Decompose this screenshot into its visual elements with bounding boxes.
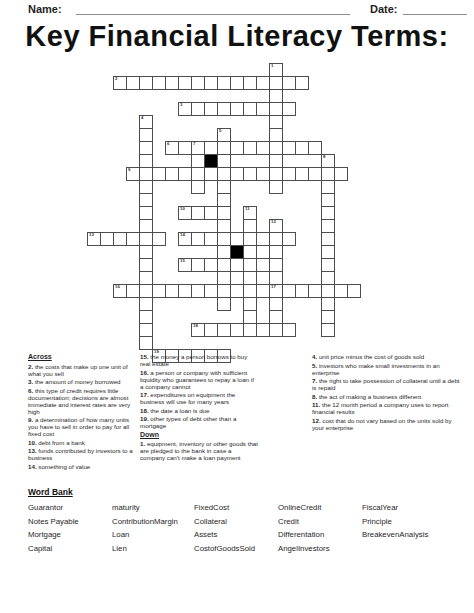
grid-cell[interactable] [204,284,218,298]
grid-cell[interactable] [321,193,335,207]
grid-cell[interactable] [178,284,192,298]
grid-cell[interactable] [256,232,270,246]
cell-number: 7 [193,142,195,146]
grid-cell[interactable] [230,167,244,181]
grid-cell[interactable] [269,115,283,129]
across-clue-6: 6. this type of credit requires little d… [28,387,138,415]
grid-cell[interactable]: 11 [243,206,257,220]
grid-cell[interactable] [321,180,335,194]
grid-cell[interactable] [139,206,153,220]
word-bank-item: Capital [28,544,112,558]
grid-cell[interactable] [295,76,309,90]
grid-cell[interactable] [269,154,283,168]
across-clue-10: 10. debt from a bank [28,439,138,446]
grid-cell[interactable] [269,141,283,155]
word-bank-item: ContributionMargin [112,517,194,531]
grid-cell[interactable] [308,284,322,298]
word-bank-item: Principle [362,517,468,531]
word-bank-item: Credit [278,517,362,531]
word-bank-item: BreakevenAnalysis [362,530,468,544]
grid-cell[interactable] [334,284,348,298]
grid-cell[interactable] [191,284,205,298]
grid-cell[interactable] [334,167,348,181]
clues-column-2: 15. the money a person borrows to buy re… [140,353,258,463]
crossword-grid: 12345678910111213141516171819 [87,63,361,363]
down-clue-4: 4. unit price minus the cost of goods so… [312,353,464,360]
grid-cell[interactable] [269,323,283,337]
grid-cell[interactable] [243,271,257,285]
word-bank-item: Notes Payable [28,517,112,531]
grid-cell[interactable] [217,258,231,272]
grid-cell[interactable] [165,284,179,298]
grid-cell[interactable] [243,232,257,246]
grid-cell[interactable] [269,167,283,181]
word-bank-item: Assets [194,530,278,544]
grid-cell[interactable] [321,258,335,272]
cell-number: 6 [167,142,169,146]
grid-cell[interactable] [243,76,257,90]
grid-cell[interactable] [282,167,296,181]
word-bank-header: Word Bank [28,487,73,497]
across-clue-14: 14. something of value [28,463,138,470]
grid-cell[interactable] [282,232,296,246]
grid-cell[interactable] [217,284,231,298]
word-bank-item: FiscalYear [362,503,468,517]
grid-cell[interactable] [282,323,296,337]
grid-cell[interactable] [321,206,335,220]
cell-number: 16 [115,285,120,289]
grid-cell[interactable] [204,167,218,181]
grid-cell[interactable]: 9 [126,167,140,181]
grid-cell[interactable] [139,258,153,272]
grid-cell[interactable] [191,258,205,272]
cell-number: 8 [323,155,325,159]
grid-cell[interactable] [243,219,257,233]
grid-cell[interactable]: 13 [87,232,101,246]
grid-cell[interactable]: 15 [178,258,192,272]
grid-cell[interactable] [295,284,309,298]
grid-cell[interactable] [204,232,218,246]
across-clue-16: 16. a person or company with sufficient … [140,369,258,390]
grid-cell[interactable] [191,180,205,194]
word-bank-item: FixedCost [194,503,278,517]
grid-cell[interactable] [152,284,166,298]
word-bank-item: Mortgage [28,530,112,544]
grid-cell[interactable] [139,336,153,350]
across-clue-3: 3. the amount of money borrowed [28,378,138,385]
grid-cell[interactable] [347,284,361,298]
grid-cell[interactable]: 4 [139,115,153,129]
grid-cell[interactable]: 12 [269,219,283,233]
grid-cell[interactable]: 1 [269,63,283,77]
grid-cell[interactable] [217,232,231,246]
cell-number: 4 [141,116,143,120]
word-bank-item: AngelInvestors [278,544,362,558]
grid-cell[interactable] [269,297,283,311]
grid-cell[interactable] [165,76,179,90]
page-title: Key Financial Literacy Terms: [0,20,474,53]
grid-cell[interactable] [269,180,283,194]
grid-cell[interactable] [178,76,192,90]
grid-cell[interactable] [217,141,231,155]
word-bank-item: Lien [112,544,194,558]
grid-cell[interactable] [217,167,231,181]
grid-cell[interactable] [139,297,153,311]
down-header: Down [140,431,258,439]
grid-cell[interactable] [282,141,296,155]
grid-cell[interactable]: 5 [217,128,231,142]
grid-cell[interactable] [191,206,205,220]
grid-cell[interactable] [230,284,244,298]
black-cell [230,245,244,259]
grid-cell[interactable] [295,167,309,181]
grid-cell[interactable] [204,102,218,116]
grid-cell[interactable] [100,232,114,246]
grid-cell[interactable] [321,297,335,311]
grid-cell[interactable]: 6 [165,141,179,155]
down-clue-8: 8. the act of making a business differen… [312,393,464,400]
grid-cell[interactable] [217,245,231,259]
grid-cell[interactable] [217,180,231,194]
down-clue-11: 11. the 12 month period a company uses t… [312,401,464,415]
down-clue-7: 7. the right to take possession of colla… [312,377,464,391]
grid-cell[interactable] [243,245,257,259]
grid-cell[interactable] [126,76,140,90]
cell-number: 10 [180,207,185,211]
grid-cell[interactable] [126,284,140,298]
grid-cell[interactable] [178,141,192,155]
grid-cell[interactable] [217,323,231,337]
grid-cell[interactable] [139,232,153,246]
grid-cell[interactable] [152,232,166,246]
cell-number: 14 [180,233,185,237]
across-clue-15: 15. the money a person borrows to buy re… [140,353,258,367]
across-clue-9: 9. a determination of how many units you… [28,416,138,437]
grid-cell[interactable] [230,141,244,155]
cell-number: 12 [271,220,276,224]
cell-number: 13 [89,233,94,237]
grid-cell[interactable] [282,102,296,116]
word-bank-item: Guarantor [28,503,112,517]
grid-cell[interactable] [243,284,257,298]
grid-cell[interactable] [308,141,322,155]
down-clue-5: 5. investors who make small investments … [312,362,464,376]
grid-cell[interactable]: 14 [178,232,192,246]
grid-cell[interactable] [243,102,257,116]
word-bank-item: maturity [112,503,194,517]
cell-number: 5 [219,129,221,133]
grid-cell[interactable] [139,323,153,337]
grid-cell[interactable] [139,141,153,155]
grid-cell[interactable] [243,323,257,337]
grid-cell[interactable]: 7 [191,141,205,155]
grid-cell[interactable] [321,323,335,337]
grid-cell[interactable] [256,141,270,155]
grid-cell[interactable] [230,76,244,90]
grid-cell[interactable] [230,323,244,337]
grid-cell[interactable] [126,232,140,246]
grid-cell[interactable]: 17 [269,284,283,298]
grid-cell[interactable] [204,76,218,90]
grid-cell[interactable] [269,271,283,285]
grid-cell[interactable] [204,323,218,337]
grid-cell[interactable] [204,258,218,272]
grid-cell[interactable] [321,219,335,233]
grid-cell[interactable]: 3 [178,102,192,116]
grid-cell[interactable] [217,219,231,233]
word-bank-item: Collateral [194,517,278,531]
grid-cell[interactable] [269,258,283,272]
grid-cell[interactable] [295,141,309,155]
grid-cell[interactable] [256,76,270,90]
grid-cell[interactable] [269,245,283,259]
cell-number: 3 [180,103,182,107]
grid-cell[interactable] [230,232,244,246]
grid-cell[interactable] [282,76,296,90]
grid-cell[interactable] [308,167,322,181]
grid-cell[interactable] [269,232,283,246]
grid-cell[interactable] [152,167,166,181]
cell-number: 18 [193,324,198,328]
cell-number: 1 [271,64,273,68]
grid-cell[interactable] [139,167,153,181]
cell-number: 9 [128,168,130,172]
grid-cell[interactable] [139,76,153,90]
across-clue-17: 17. expenditures on equipment the busine… [140,391,258,405]
grid-cell[interactable]: 18 [191,323,205,337]
cell-number: 17 [271,285,276,289]
grid-cell[interactable] [139,219,153,233]
clues-column-3: 4. unit price minus the cost of goods so… [312,353,464,432]
grid-cell[interactable] [113,232,127,246]
grid-cell[interactable] [204,141,218,155]
grid-cell[interactable] [321,232,335,246]
word-bank-item: Loan [112,530,194,544]
cell-number: 11 [245,207,250,211]
grid-cell[interactable] [269,89,283,103]
grid-cell[interactable] [321,284,335,298]
down-clue-12: 12. cost that do not vary based on the u… [312,417,464,431]
across-clue-13: 13. funds contributed by investors to a … [28,447,138,461]
grid-cell[interactable] [321,167,335,181]
grid-cell[interactable]: 10 [178,206,192,220]
grid-cell[interactable] [243,258,257,272]
grid-cell[interactable] [139,193,153,207]
grid-cell[interactable] [191,76,205,90]
date-label: Date: [370,3,398,15]
down-clue-1: 1. equipment, inventory or other goods t… [140,440,258,461]
grid-cell[interactable] [256,284,270,298]
grid-cell[interactable] [256,167,270,181]
grid-cell[interactable] [139,128,153,142]
grid-cell[interactable] [191,154,205,168]
grid-cell[interactable] [321,271,335,285]
clues-column-1: Across 2. the costs that make up one uni… [28,353,138,471]
grid-cell[interactable]: 8 [321,154,335,168]
grid-cell[interactable] [139,284,153,298]
grid-cell[interactable] [139,180,153,194]
grid-cell[interactable] [243,167,257,181]
grid-cell[interactable] [191,232,205,246]
grid-cell[interactable] [230,258,244,272]
name-label: Name: [28,3,62,15]
cell-number: 15 [180,259,185,263]
date-blank-line[interactable] [403,2,467,15]
grid-cell[interactable] [269,76,283,90]
across-clue-18: 18. the date a loan is due [140,407,258,414]
grid-cell[interactable] [217,271,231,285]
grid-cell[interactable]: 16 [113,284,127,298]
grid-cell[interactable] [165,167,179,181]
grid-cell[interactable] [152,76,166,90]
grid-cell[interactable] [139,310,153,324]
grid-cell[interactable] [230,102,244,116]
grid-cell[interactable] [282,284,296,298]
word-bank: GuarantormaturityFixedCostOnlineCreditFi… [28,503,468,558]
grid-cell[interactable] [139,271,153,285]
grid-cell[interactable] [178,167,192,181]
across-clue-19: 19. other types of debt other than a mor… [140,415,258,429]
grid-cell[interactable] [321,310,335,324]
grid-cell[interactable] [217,206,231,220]
grid-cell[interactable] [217,154,231,168]
grid-cell[interactable] [139,154,153,168]
grid-cell[interactable] [269,128,283,142]
black-cell [204,154,218,168]
grid-cell[interactable] [243,310,257,324]
grid-cell[interactable] [256,258,270,272]
grid-cell[interactable] [256,102,270,116]
word-bank-item: Differentation [278,530,362,544]
grid-cell[interactable] [269,102,283,116]
grid-cell[interactable]: 2 [113,76,127,90]
grid-cell[interactable] [243,141,257,155]
grid-cell[interactable] [191,167,205,181]
grid-cell[interactable] [243,297,257,311]
grid-cell[interactable] [217,76,231,90]
grid-cell[interactable] [256,323,270,337]
grid-cell[interactable] [217,297,231,311]
name-blank-line[interactable] [76,2,350,15]
word-bank-item: CostofGoodsSold [194,544,278,558]
cell-number: 2 [115,77,117,81]
grid-cell[interactable] [217,102,231,116]
across-clue-2: 2. the costs that make up one unit of wh… [28,363,138,377]
across-header: Across [28,353,138,361]
grid-cell[interactable] [191,102,205,116]
grid-cell[interactable] [269,310,283,324]
grid-cell[interactable] [204,206,218,220]
grid-cell[interactable] [217,193,231,207]
grid-cell[interactable] [321,245,335,259]
grid-cell[interactable] [139,245,153,259]
word-bank-item: OnlineCredit [278,503,362,517]
